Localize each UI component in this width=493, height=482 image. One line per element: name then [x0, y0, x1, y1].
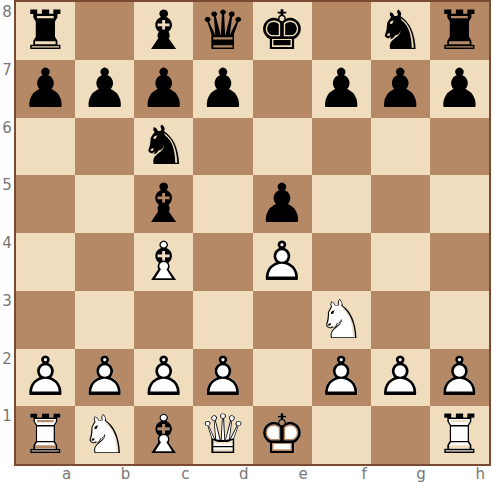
piece-black-king-e8[interactable]: ♚ — [253, 2, 312, 60]
piece-black-pawn-b7[interactable]: ♟ — [75, 60, 134, 118]
square-a1[interactable]: ♖ — [16, 406, 75, 464]
square-h3[interactable] — [430, 291, 489, 349]
square-h5[interactable] — [430, 175, 489, 233]
square-c2[interactable]: ♙ — [134, 349, 193, 407]
piece-white-pawn-c2[interactable]: ♙ — [134, 349, 193, 407]
piece-white-pawn-e4[interactable]: ♙ — [253, 233, 312, 291]
piece-black-rook-a8[interactable]: ♜ — [16, 2, 75, 60]
square-h4[interactable] — [430, 233, 489, 291]
square-d5[interactable] — [193, 175, 252, 233]
square-f1[interactable] — [312, 406, 371, 464]
square-e1[interactable]: ♔ — [253, 406, 312, 464]
square-c5[interactable]: ♝ — [134, 175, 193, 233]
square-f5[interactable] — [312, 175, 371, 233]
square-d6[interactable] — [193, 118, 252, 176]
piece-black-knight-c6[interactable]: ♞ — [134, 118, 193, 176]
piece-white-pawn-h2[interactable]: ♙ — [430, 349, 489, 407]
rank-label-5: 5 — [0, 175, 14, 233]
square-d1[interactable]: ♕ — [193, 406, 252, 464]
square-e4[interactable]: ♙ — [253, 233, 312, 291]
square-f7[interactable]: ♟ — [312, 60, 371, 118]
file-label-f: f — [312, 466, 371, 482]
piece-black-queen-d8[interactable]: ♛ — [193, 2, 252, 60]
square-f3[interactable]: ♘ — [312, 291, 371, 349]
piece-white-king-e1[interactable]: ♔ — [253, 406, 312, 464]
square-c6[interactable]: ♞ — [134, 118, 193, 176]
file-label-d: d — [193, 466, 252, 482]
square-e5[interactable]: ♟ — [253, 175, 312, 233]
chessboard-diagram: 8 7 6 5 4 3 2 1 ♜♝♛♚♞♜♟♟♟♟♟♟♟♞♝♟♗♙♘♙♙♙♙♙… — [0, 0, 493, 482]
square-b6[interactable] — [75, 118, 134, 176]
square-h6[interactable] — [430, 118, 489, 176]
square-e2[interactable] — [253, 349, 312, 407]
square-f6[interactable] — [312, 118, 371, 176]
piece-black-knight-g8[interactable]: ♞ — [371, 2, 430, 60]
square-h1[interactable]: ♖ — [430, 406, 489, 464]
piece-white-bishop-c4[interactable]: ♗ — [134, 233, 193, 291]
square-f2[interactable]: ♙ — [312, 349, 371, 407]
piece-white-rook-h1[interactable]: ♖ — [430, 406, 489, 464]
square-e8[interactable]: ♚ — [253, 2, 312, 60]
piece-black-rook-h8[interactable]: ♜ — [430, 2, 489, 60]
square-b4[interactable] — [75, 233, 134, 291]
piece-white-queen-d1[interactable]: ♕ — [193, 406, 252, 464]
square-h2[interactable]: ♙ — [430, 349, 489, 407]
square-g3[interactable] — [371, 291, 430, 349]
square-a7[interactable]: ♟ — [16, 60, 75, 118]
rank-coordinates: 8 7 6 5 4 3 2 1 — [0, 0, 14, 466]
piece-black-pawn-g7[interactable]: ♟ — [371, 60, 430, 118]
file-label-a: a — [16, 466, 75, 482]
square-g6[interactable] — [371, 118, 430, 176]
square-c3[interactable] — [134, 291, 193, 349]
piece-white-bishop-c1[interactable]: ♗ — [134, 406, 193, 464]
rank-label-7: 7 — [0, 60, 14, 118]
piece-black-pawn-f7[interactable]: ♟ — [312, 60, 371, 118]
piece-white-pawn-b2[interactable]: ♙ — [75, 349, 134, 407]
piece-black-pawn-a7[interactable]: ♟ — [16, 60, 75, 118]
rank-label-3: 3 — [0, 291, 14, 349]
piece-white-pawn-f2[interactable]: ♙ — [312, 349, 371, 407]
piece-white-rook-a1[interactable]: ♖ — [16, 406, 75, 464]
piece-white-knight-b1[interactable]: ♘ — [75, 406, 134, 464]
square-f8[interactable] — [312, 2, 371, 60]
file-label-h: h — [430, 466, 489, 482]
square-c4[interactable]: ♗ — [134, 233, 193, 291]
piece-black-pawn-c7[interactable]: ♟ — [134, 60, 193, 118]
square-b7[interactable]: ♟ — [75, 60, 134, 118]
piece-black-bishop-c8[interactable]: ♝ — [134, 2, 193, 60]
square-b8[interactable] — [75, 2, 134, 60]
square-d8[interactable]: ♛ — [193, 2, 252, 60]
square-d3[interactable] — [193, 291, 252, 349]
square-a4[interactable] — [16, 233, 75, 291]
piece-black-bishop-c5[interactable]: ♝ — [134, 175, 193, 233]
square-a2[interactable]: ♙ — [16, 349, 75, 407]
square-g2[interactable]: ♙ — [371, 349, 430, 407]
square-g7[interactable]: ♟ — [371, 60, 430, 118]
rank-label-2: 2 — [0, 349, 14, 407]
square-a8[interactable]: ♜ — [16, 2, 75, 60]
rank-label-1: 1 — [0, 406, 14, 464]
piece-black-pawn-e5[interactable]: ♟ — [253, 175, 312, 233]
square-e7[interactable] — [253, 60, 312, 118]
square-c7[interactable]: ♟ — [134, 60, 193, 118]
rank-label-6: 6 — [0, 118, 14, 176]
piece-black-pawn-d7[interactable]: ♟ — [193, 60, 252, 118]
piece-white-knight-f3[interactable]: ♘ — [312, 291, 371, 349]
square-a3[interactable] — [16, 291, 75, 349]
square-g8[interactable]: ♞ — [371, 2, 430, 60]
square-a5[interactable] — [16, 175, 75, 233]
square-b3[interactable] — [75, 291, 134, 349]
rank-label-4: 4 — [0, 233, 14, 291]
square-a6[interactable] — [16, 118, 75, 176]
square-g1[interactable] — [371, 406, 430, 464]
rank-label-8: 8 — [0, 2, 14, 60]
piece-white-pawn-g2[interactable]: ♙ — [371, 349, 430, 407]
piece-black-pawn-h7[interactable]: ♟ — [430, 60, 489, 118]
file-label-c: c — [134, 466, 193, 482]
square-g4[interactable] — [371, 233, 430, 291]
square-h7[interactable]: ♟ — [430, 60, 489, 118]
square-e3[interactable] — [253, 291, 312, 349]
square-c8[interactable]: ♝ — [134, 2, 193, 60]
square-b1[interactable]: ♘ — [75, 406, 134, 464]
file-label-e: e — [253, 466, 312, 482]
file-label-g: g — [371, 466, 430, 482]
square-d7[interactable]: ♟ — [193, 60, 252, 118]
file-label-b: b — [75, 466, 134, 482]
file-coordinates: a b c d e f g h — [14, 466, 491, 482]
square-f4[interactable] — [312, 233, 371, 291]
square-d4[interactable] — [193, 233, 252, 291]
chess-board: ♜♝♛♚♞♜♟♟♟♟♟♟♟♞♝♟♗♙♘♙♙♙♙♙♙♙♖♘♗♕♔♖ — [14, 0, 491, 466]
square-h8[interactable]: ♜ — [430, 2, 489, 60]
piece-white-pawn-d2[interactable]: ♙ — [193, 349, 252, 407]
square-c1[interactable]: ♗ — [134, 406, 193, 464]
square-e6[interactable] — [253, 118, 312, 176]
square-b5[interactable] — [75, 175, 134, 233]
piece-white-pawn-a2[interactable]: ♙ — [16, 349, 75, 407]
square-d2[interactable]: ♙ — [193, 349, 252, 407]
square-b2[interactable]: ♙ — [75, 349, 134, 407]
square-g5[interactable] — [371, 175, 430, 233]
